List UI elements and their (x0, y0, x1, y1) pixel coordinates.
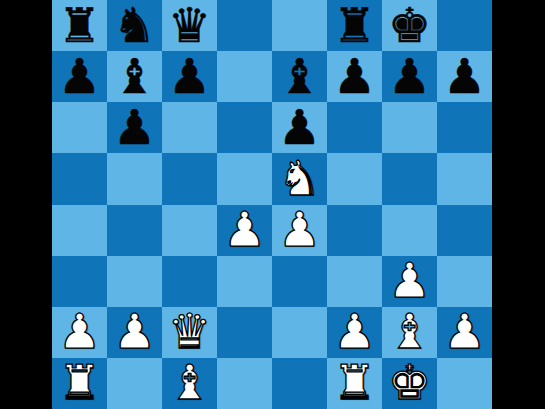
piece-black-bishop[interactable]: ♝ (113, 52, 156, 100)
square-d1[interactable] (217, 358, 272, 409)
square-d4[interactable]: ♟ (217, 205, 272, 256)
square-a5[interactable] (52, 153, 107, 204)
square-h7[interactable]: ♟ (437, 51, 492, 102)
piece-white-bishop[interactable]: ♝ (168, 358, 211, 406)
piece-white-pawn[interactable]: ♟ (58, 307, 101, 355)
square-g7[interactable]: ♟ (382, 51, 437, 102)
square-c8[interactable]: ♛ (162, 0, 217, 51)
piece-white-pawn[interactable]: ♟ (223, 205, 266, 253)
square-a3[interactable] (52, 256, 107, 307)
piece-black-knight[interactable]: ♞ (113, 1, 156, 49)
square-b7[interactable]: ♝ (107, 51, 162, 102)
square-f5[interactable] (327, 153, 382, 204)
square-f3[interactable] (327, 256, 382, 307)
square-c1[interactable]: ♝ (162, 358, 217, 409)
piece-white-bishop[interactable]: ♝ (388, 307, 431, 355)
piece-black-pawn[interactable]: ♟ (388, 52, 431, 100)
square-h3[interactable] (437, 256, 492, 307)
square-c7[interactable]: ♟ (162, 51, 217, 102)
square-h8[interactable] (437, 0, 492, 51)
piece-white-queen[interactable]: ♛ (168, 307, 211, 355)
square-e4[interactable]: ♟ (272, 205, 327, 256)
square-e5[interactable]: ♞ (272, 153, 327, 204)
square-a6[interactable] (52, 102, 107, 153)
square-g8[interactable]: ♚ (382, 0, 437, 51)
square-b8[interactable]: ♞ (107, 0, 162, 51)
piece-white-pawn[interactable]: ♟ (113, 307, 156, 355)
square-b5[interactable] (107, 153, 162, 204)
square-g3[interactable]: ♟ (382, 256, 437, 307)
square-a1[interactable]: ♜ (52, 358, 107, 409)
square-f4[interactable] (327, 205, 382, 256)
piece-white-pawn[interactable]: ♟ (278, 205, 321, 253)
piece-black-pawn[interactable]: ♟ (333, 52, 376, 100)
square-d6[interactable] (217, 102, 272, 153)
square-f1[interactable]: ♜ (327, 358, 382, 409)
piece-white-pawn[interactable]: ♟ (443, 307, 486, 355)
piece-black-queen[interactable]: ♛ (168, 1, 211, 49)
square-g6[interactable] (382, 102, 437, 153)
letterbox-left-bar (0, 0, 52, 409)
square-c5[interactable] (162, 153, 217, 204)
piece-white-pawn[interactable]: ♟ (388, 256, 431, 304)
square-c3[interactable] (162, 256, 217, 307)
piece-black-pawn[interactable]: ♟ (443, 52, 486, 100)
square-h4[interactable] (437, 205, 492, 256)
square-d2[interactable] (217, 307, 272, 358)
square-f8[interactable]: ♜ (327, 0, 382, 51)
square-g2[interactable]: ♝ (382, 307, 437, 358)
square-e3[interactable] (272, 256, 327, 307)
letterbox-right-bar (492, 0, 545, 409)
piece-white-rook[interactable]: ♜ (58, 358, 101, 406)
square-b6[interactable]: ♟ (107, 102, 162, 153)
square-e1[interactable] (272, 358, 327, 409)
square-c6[interactable] (162, 102, 217, 153)
square-a7[interactable]: ♟ (52, 51, 107, 102)
square-d7[interactable] (217, 51, 272, 102)
piece-black-rook[interactable]: ♜ (333, 1, 376, 49)
square-e2[interactable] (272, 307, 327, 358)
piece-white-pawn[interactable]: ♟ (333, 307, 376, 355)
square-a2[interactable]: ♟ (52, 307, 107, 358)
letterbox-stage: ♜♞♛♜♚♟♝♟♝♟♟♟♟♟♞♟♟♟♟♟♛♟♝♟♜♝♜♚ (0, 0, 545, 409)
square-a4[interactable] (52, 205, 107, 256)
square-g1[interactable]: ♚ (382, 358, 437, 409)
square-c2[interactable]: ♛ (162, 307, 217, 358)
square-a8[interactable]: ♜ (52, 0, 107, 51)
square-f2[interactable]: ♟ (327, 307, 382, 358)
square-b2[interactable]: ♟ (107, 307, 162, 358)
piece-black-rook[interactable]: ♜ (58, 1, 101, 49)
square-g5[interactable] (382, 153, 437, 204)
square-b4[interactable] (107, 205, 162, 256)
piece-white-rook[interactable]: ♜ (333, 358, 376, 406)
piece-white-knight[interactable]: ♞ (278, 154, 321, 202)
square-e7[interactable]: ♝ (272, 51, 327, 102)
square-f6[interactable] (327, 102, 382, 153)
piece-black-pawn[interactable]: ♟ (278, 103, 321, 151)
square-d5[interactable] (217, 153, 272, 204)
piece-black-pawn[interactable]: ♟ (58, 52, 101, 100)
piece-black-king[interactable]: ♚ (388, 1, 431, 49)
square-c4[interactable] (162, 205, 217, 256)
square-e8[interactable] (272, 0, 327, 51)
square-b1[interactable] (107, 358, 162, 409)
square-h5[interactable] (437, 153, 492, 204)
square-g4[interactable] (382, 205, 437, 256)
square-h2[interactable]: ♟ (437, 307, 492, 358)
piece-black-bishop[interactable]: ♝ (278, 52, 321, 100)
piece-white-king[interactable]: ♚ (388, 358, 431, 406)
square-f7[interactable]: ♟ (327, 51, 382, 102)
square-d3[interactable] (217, 256, 272, 307)
square-d8[interactable] (217, 0, 272, 51)
square-b3[interactable] (107, 256, 162, 307)
square-e6[interactable]: ♟ (272, 102, 327, 153)
chess-board: ♜♞♛♜♚♟♝♟♝♟♟♟♟♟♞♟♟♟♟♟♛♟♝♟♜♝♜♚ (52, 0, 492, 409)
piece-black-pawn[interactable]: ♟ (168, 52, 211, 100)
square-h1[interactable] (437, 358, 492, 409)
square-h6[interactable] (437, 102, 492, 153)
piece-black-pawn[interactable]: ♟ (113, 103, 156, 151)
